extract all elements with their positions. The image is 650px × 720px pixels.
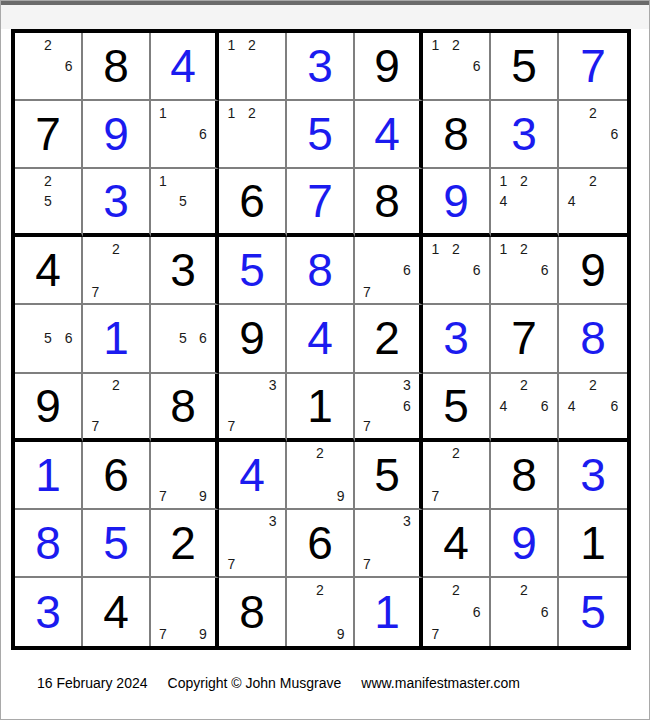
given-digit: 1 bbox=[580, 520, 606, 566]
candidate-digit: 4 bbox=[493, 191, 514, 212]
candidate-empty bbox=[85, 395, 106, 416]
cell-r8c7[interactable]: 4 bbox=[423, 510, 491, 578]
candidate-empty bbox=[377, 395, 397, 416]
candidate-digit: 3 bbox=[262, 511, 283, 532]
candidate-empty bbox=[514, 191, 535, 212]
candidate-empty bbox=[242, 145, 263, 166]
cell-r5c1[interactable]: 56 bbox=[15, 305, 83, 373]
candidate-digit: 7 bbox=[221, 554, 242, 575]
candidate-grid: 56 bbox=[153, 306, 213, 370]
candidate-empty bbox=[425, 443, 446, 464]
cell-r7c5[interactable]: 29 bbox=[287, 442, 355, 510]
candidate-empty bbox=[561, 123, 582, 144]
cell-r5c8[interactable]: 7 bbox=[491, 305, 559, 373]
candidate-digit: 5 bbox=[173, 191, 193, 212]
candidate-empty bbox=[17, 349, 38, 370]
candidate-empty bbox=[357, 238, 377, 259]
candidate-empty bbox=[289, 485, 310, 506]
candidate-empty bbox=[262, 532, 283, 553]
top-strip bbox=[1, 5, 649, 29]
cell-r8c6[interactable]: 37 bbox=[355, 510, 423, 578]
solved-digit: 3 bbox=[511, 111, 537, 157]
candidate-empty bbox=[38, 306, 59, 327]
candidate-empty bbox=[106, 416, 127, 437]
candidate-empty bbox=[289, 464, 310, 485]
solved-digit: 8 bbox=[35, 520, 61, 566]
candidate-empty bbox=[604, 191, 625, 212]
cell-r2c7[interactable]: 8 bbox=[423, 101, 491, 169]
candidate-empty bbox=[466, 485, 487, 506]
cell-r1c2[interactable]: 8 bbox=[83, 33, 151, 101]
given-digit: 9 bbox=[374, 43, 400, 89]
cell-r5c3[interactable]: 56 bbox=[151, 305, 219, 373]
candidate-digit: 7 bbox=[153, 485, 173, 506]
candidate-digit: 7 bbox=[425, 623, 446, 645]
candidate-empty bbox=[514, 623, 535, 645]
candidate-empty bbox=[534, 416, 555, 437]
candidate-empty bbox=[534, 579, 555, 601]
candidate-grid: 246 bbox=[561, 375, 625, 437]
cell-r2c1[interactable]: 7 bbox=[15, 101, 83, 169]
given-digit: 8 bbox=[443, 111, 469, 157]
cell-r6c2[interactable]: 27 bbox=[83, 374, 151, 442]
candidate-digit: 2 bbox=[38, 34, 59, 55]
cell-r9c8[interactable]: 26 bbox=[491, 578, 559, 646]
candidate-empty bbox=[493, 281, 514, 302]
cell-r9c4[interactable]: 8 bbox=[219, 578, 287, 646]
candidate-digit: 9 bbox=[330, 485, 351, 506]
candidate-empty bbox=[242, 532, 263, 553]
candidate-empty bbox=[357, 511, 377, 532]
candidate-empty bbox=[17, 34, 38, 55]
candidate-empty bbox=[173, 123, 193, 144]
candidate-empty bbox=[173, 306, 193, 327]
cell-r9c2[interactable]: 4 bbox=[83, 578, 151, 646]
cell-r9c6[interactable]: 1 bbox=[355, 578, 423, 646]
cell-r6c1[interactable]: 9 bbox=[15, 374, 83, 442]
candidate-empty bbox=[514, 395, 535, 416]
candidate-empty bbox=[357, 260, 377, 281]
candidate-empty bbox=[173, 212, 193, 233]
cell-r2c6[interactable]: 4 bbox=[355, 101, 423, 169]
candidate-empty bbox=[310, 601, 331, 623]
given-digit: 4 bbox=[103, 589, 129, 635]
candidate-empty bbox=[58, 212, 79, 233]
given-digit: 4 bbox=[35, 247, 61, 293]
candidate-digit: 2 bbox=[446, 579, 467, 601]
candidate-empty bbox=[262, 554, 283, 575]
given-digit: 5 bbox=[511, 43, 537, 89]
candidate-empty bbox=[425, 281, 446, 302]
candidate-digit: 6 bbox=[466, 260, 487, 281]
candidate-empty bbox=[193, 306, 213, 327]
candidate-empty bbox=[17, 191, 38, 212]
cell-r8c5[interactable]: 6 bbox=[287, 510, 355, 578]
candidate-empty bbox=[221, 511, 242, 532]
candidate-empty bbox=[534, 212, 555, 233]
cell-r1c8[interactable]: 5 bbox=[491, 33, 559, 101]
cell-r3c3[interactable]: 15 bbox=[151, 169, 219, 237]
candidate-empty bbox=[221, 532, 242, 553]
candidate-empty bbox=[153, 349, 173, 370]
cell-r1c1[interactable]: 26 bbox=[15, 33, 83, 101]
cell-r9c1[interactable]: 3 bbox=[15, 578, 83, 646]
candidate-empty bbox=[446, 623, 467, 645]
cell-r4c4[interactable]: 5 bbox=[219, 237, 287, 305]
candidate-grid: 16 bbox=[153, 102, 213, 166]
cell-r3c7[interactable]: 9 bbox=[423, 169, 491, 237]
solved-digit: 3 bbox=[307, 43, 333, 89]
candidate-empty bbox=[262, 102, 283, 123]
cell-r2c3[interactable]: 16 bbox=[151, 101, 219, 169]
given-digit: 2 bbox=[170, 520, 196, 566]
candidate-grid: 124 bbox=[493, 170, 555, 232]
candidate-empty bbox=[604, 375, 625, 396]
candidate-empty bbox=[126, 260, 147, 281]
candidate-grid: 246 bbox=[493, 375, 555, 437]
cell-r8c8[interactable]: 9 bbox=[491, 510, 559, 578]
candidate-empty bbox=[17, 328, 38, 349]
cell-r8c9[interactable]: 1 bbox=[559, 510, 627, 578]
candidate-grid: 15 bbox=[153, 170, 213, 232]
solved-digit: 5 bbox=[239, 247, 265, 293]
cell-r2c5[interactable]: 5 bbox=[287, 101, 355, 169]
candidate-empty bbox=[106, 395, 127, 416]
candidate-grid: 25 bbox=[17, 170, 79, 232]
cell-r4c7[interactable]: 126 bbox=[423, 237, 491, 305]
cell-r5c7[interactable]: 3 bbox=[423, 305, 491, 373]
candidate-empty bbox=[221, 55, 242, 76]
candidate-empty bbox=[153, 123, 173, 144]
cell-r7c1[interactable]: 1 bbox=[15, 442, 83, 510]
cell-r1c7[interactable]: 126 bbox=[423, 33, 491, 101]
candidate-digit: 6 bbox=[534, 260, 555, 281]
candidate-empty bbox=[289, 601, 310, 623]
candidate-empty bbox=[153, 145, 173, 166]
cell-r3c9[interactable]: 24 bbox=[559, 169, 627, 237]
cell-r2c4[interactable]: 12 bbox=[219, 101, 287, 169]
candidate-empty bbox=[153, 601, 173, 623]
candidate-empty bbox=[514, 601, 535, 623]
candidate-empty bbox=[377, 238, 397, 259]
candidate-digit: 5 bbox=[173, 328, 193, 349]
candidate-empty bbox=[330, 601, 351, 623]
given-digit: 2 bbox=[374, 315, 400, 361]
candidate-empty bbox=[466, 579, 487, 601]
candidate-empty bbox=[604, 170, 625, 191]
candidate-empty bbox=[493, 416, 514, 437]
candidate-empty bbox=[173, 485, 193, 506]
given-digit: 8 bbox=[239, 589, 265, 635]
candidate-empty bbox=[242, 511, 263, 532]
candidate-empty bbox=[17, 77, 38, 98]
candidate-digit: 4 bbox=[493, 395, 514, 416]
candidate-grid: 26 bbox=[17, 34, 79, 98]
solved-digit: 8 bbox=[307, 247, 333, 293]
candidate-digit: 6 bbox=[193, 123, 213, 144]
cell-r1c9[interactable]: 7 bbox=[559, 33, 627, 101]
given-digit: 7 bbox=[35, 111, 61, 157]
candidate-digit: 1 bbox=[221, 34, 242, 55]
candidate-empty bbox=[173, 102, 193, 123]
cell-r4c5[interactable]: 8 bbox=[287, 237, 355, 305]
candidate-digit: 7 bbox=[153, 623, 173, 645]
cell-r4c6[interactable]: 67 bbox=[355, 237, 423, 305]
candidate-digit: 2 bbox=[242, 34, 263, 55]
given-digit: 1 bbox=[307, 383, 333, 429]
candidate-empty bbox=[38, 212, 59, 233]
candidate-empty bbox=[193, 212, 213, 233]
candidate-empty bbox=[377, 375, 397, 396]
candidate-empty bbox=[126, 416, 147, 437]
cell-r8c3[interactable]: 2 bbox=[151, 510, 219, 578]
given-digit: 5 bbox=[443, 383, 469, 429]
cell-r8c4[interactable]: 37 bbox=[219, 510, 287, 578]
candidate-empty bbox=[466, 443, 487, 464]
cell-r6c7[interactable]: 5 bbox=[423, 374, 491, 442]
candidate-grid: 79 bbox=[153, 443, 213, 507]
candidate-grid: 37 bbox=[221, 375, 283, 437]
cell-r3c8[interactable]: 124 bbox=[491, 169, 559, 237]
cell-r3c5[interactable]: 7 bbox=[287, 169, 355, 237]
candidate-digit: 9 bbox=[330, 623, 351, 645]
cell-r6c5[interactable]: 1 bbox=[287, 374, 355, 442]
candidate-empty bbox=[604, 212, 625, 233]
candidate-digit: 7 bbox=[85, 416, 106, 437]
candidate-empty bbox=[330, 579, 351, 601]
candidate-empty bbox=[242, 55, 263, 76]
cell-r9c7[interactable]: 267 bbox=[423, 578, 491, 646]
footer-date: 16 February 2024 bbox=[37, 675, 148, 691]
solved-digit: 9 bbox=[443, 178, 469, 224]
candidate-empty bbox=[514, 260, 535, 281]
cell-r8c2[interactable]: 5 bbox=[83, 510, 151, 578]
candidate-empty bbox=[289, 443, 310, 464]
cell-r5c4[interactable]: 9 bbox=[219, 305, 287, 373]
cell-r4c2[interactable]: 27 bbox=[83, 237, 151, 305]
candidate-empty bbox=[582, 395, 603, 416]
candidate-digit: 2 bbox=[514, 170, 535, 191]
cell-r5c5[interactable]: 4 bbox=[287, 305, 355, 373]
cell-r3c1[interactable]: 25 bbox=[15, 169, 83, 237]
candidate-digit: 1 bbox=[153, 102, 173, 123]
candidate-empty bbox=[561, 145, 582, 166]
cell-r6c3[interactable]: 8 bbox=[151, 374, 219, 442]
solved-digit: 4 bbox=[239, 452, 265, 498]
candidate-empty bbox=[582, 212, 603, 233]
candidate-empty bbox=[193, 191, 213, 212]
cell-r6c9[interactable]: 246 bbox=[559, 374, 627, 442]
candidate-digit: 7 bbox=[357, 416, 377, 437]
candidate-empty bbox=[85, 375, 106, 396]
candidate-grid: 26 bbox=[561, 102, 625, 166]
candidate-empty bbox=[173, 170, 193, 191]
cell-r1c3[interactable]: 4 bbox=[151, 33, 219, 101]
given-digit: 9 bbox=[239, 315, 265, 361]
candidate-empty bbox=[289, 623, 310, 645]
candidate-empty bbox=[193, 601, 213, 623]
candidate-digit: 2 bbox=[514, 375, 535, 396]
candidate-empty bbox=[221, 375, 242, 396]
candidate-grid: 27 bbox=[425, 443, 487, 507]
cell-r4c9[interactable]: 9 bbox=[559, 237, 627, 305]
candidate-digit: 7 bbox=[357, 554, 377, 575]
candidate-grid: 27 bbox=[85, 238, 147, 302]
solved-digit: 9 bbox=[103, 111, 129, 157]
candidate-grid: 24 bbox=[561, 170, 625, 232]
candidate-empty bbox=[17, 212, 38, 233]
cell-r7c7[interactable]: 27 bbox=[423, 442, 491, 510]
candidate-digit: 1 bbox=[153, 170, 173, 191]
cell-r7c4[interactable]: 4 bbox=[219, 442, 287, 510]
candidate-digit: 6 bbox=[604, 123, 625, 144]
cell-r7c2[interactable]: 6 bbox=[83, 442, 151, 510]
cell-r9c3[interactable]: 79 bbox=[151, 578, 219, 646]
cell-r5c6[interactable]: 2 bbox=[355, 305, 423, 373]
candidate-empty bbox=[58, 170, 79, 191]
candidate-empty bbox=[604, 145, 625, 166]
cell-r7c9[interactable]: 3 bbox=[559, 442, 627, 510]
candidate-empty bbox=[193, 464, 213, 485]
candidate-empty bbox=[193, 170, 213, 191]
candidate-empty bbox=[397, 416, 417, 437]
given-digit: 8 bbox=[103, 43, 129, 89]
candidate-empty bbox=[534, 238, 555, 259]
cell-r4c8[interactable]: 126 bbox=[491, 237, 559, 305]
cell-r7c6[interactable]: 5 bbox=[355, 442, 423, 510]
candidate-empty bbox=[466, 464, 487, 485]
cell-r8c1[interactable]: 8 bbox=[15, 510, 83, 578]
candidate-digit: 6 bbox=[534, 601, 555, 623]
candidate-empty bbox=[397, 281, 417, 302]
candidate-empty bbox=[310, 464, 331, 485]
candidate-empty bbox=[153, 443, 173, 464]
candidate-empty bbox=[397, 238, 417, 259]
given-digit: 8 bbox=[374, 178, 400, 224]
candidate-empty bbox=[106, 281, 127, 302]
candidate-grid: 126 bbox=[425, 238, 487, 302]
candidate-empty bbox=[173, 579, 193, 601]
cell-r1c6[interactable]: 9 bbox=[355, 33, 423, 101]
candidate-empty bbox=[425, 77, 446, 98]
candidate-empty bbox=[493, 623, 514, 645]
candidate-empty bbox=[446, 260, 467, 281]
cell-r5c2[interactable]: 1 bbox=[83, 305, 151, 373]
candidate-empty bbox=[85, 260, 106, 281]
cell-r1c4[interactable]: 12 bbox=[219, 33, 287, 101]
candidate-empty bbox=[466, 34, 487, 55]
candidate-empty bbox=[38, 77, 59, 98]
candidate-empty bbox=[173, 464, 193, 485]
cell-r7c3[interactable]: 79 bbox=[151, 442, 219, 510]
candidate-grid: 126 bbox=[425, 34, 487, 98]
cell-r3c4[interactable]: 6 bbox=[219, 169, 287, 237]
candidate-digit: 6 bbox=[193, 328, 213, 349]
candidate-digit: 5 bbox=[38, 328, 59, 349]
footer-copyright: Copyright © John Musgrave bbox=[168, 675, 342, 691]
candidate-empty bbox=[242, 123, 263, 144]
candidate-empty bbox=[466, 77, 487, 98]
solved-digit: 9 bbox=[511, 520, 537, 566]
candidate-digit: 7 bbox=[425, 485, 446, 506]
page: 2684123912657791612548326253156789124244… bbox=[0, 0, 650, 720]
cell-r5c9[interactable]: 8 bbox=[559, 305, 627, 373]
candidate-digit: 7 bbox=[221, 416, 242, 437]
candidate-digit: 2 bbox=[582, 375, 603, 396]
candidate-empty bbox=[446, 281, 467, 302]
cell-r6c4[interactable]: 37 bbox=[219, 374, 287, 442]
candidate-grid: 12 bbox=[221, 34, 283, 98]
candidate-empty bbox=[173, 145, 193, 166]
solved-digit: 5 bbox=[580, 589, 606, 635]
candidate-empty bbox=[377, 416, 397, 437]
candidate-empty bbox=[377, 532, 397, 553]
cell-r3c2[interactable]: 3 bbox=[83, 169, 151, 237]
candidate-empty bbox=[17, 170, 38, 191]
solved-digit: 3 bbox=[443, 315, 469, 361]
solved-digit: 1 bbox=[35, 452, 61, 498]
candidate-grid: 79 bbox=[153, 579, 213, 645]
candidate-grid: 126 bbox=[493, 238, 555, 302]
cell-r4c3[interactable]: 3 bbox=[151, 237, 219, 305]
candidate-empty bbox=[289, 579, 310, 601]
candidate-digit: 6 bbox=[58, 55, 79, 76]
cell-r1c5[interactable]: 3 bbox=[287, 33, 355, 101]
cell-r6c6[interactable]: 367 bbox=[355, 374, 423, 442]
candidate-empty bbox=[221, 77, 242, 98]
cell-r2c8[interactable]: 3 bbox=[491, 101, 559, 169]
candidate-empty bbox=[126, 281, 147, 302]
candidate-digit: 2 bbox=[38, 170, 59, 191]
candidate-empty bbox=[493, 212, 514, 233]
candidate-empty bbox=[514, 281, 535, 302]
candidate-empty bbox=[153, 191, 173, 212]
candidate-grid: 29 bbox=[289, 579, 351, 645]
candidate-empty bbox=[534, 191, 555, 212]
candidate-empty bbox=[262, 123, 283, 144]
candidate-empty bbox=[534, 375, 555, 396]
cell-r3c6[interactable]: 8 bbox=[355, 169, 423, 237]
candidate-digit: 6 bbox=[466, 601, 487, 623]
candidate-digit: 2 bbox=[582, 102, 603, 123]
candidate-empty bbox=[262, 77, 283, 98]
cell-r4c1[interactable]: 4 bbox=[15, 237, 83, 305]
cell-r6c8[interactable]: 246 bbox=[491, 374, 559, 442]
candidate-empty bbox=[153, 328, 173, 349]
candidate-empty bbox=[58, 191, 79, 212]
given-digit: 9 bbox=[580, 247, 606, 293]
solved-digit: 1 bbox=[374, 589, 400, 635]
candidate-grid: 67 bbox=[357, 238, 417, 302]
cell-r9c9[interactable]: 5 bbox=[559, 578, 627, 646]
candidate-empty bbox=[262, 416, 283, 437]
cell-r9c5[interactable]: 29 bbox=[287, 578, 355, 646]
candidate-digit: 1 bbox=[493, 170, 514, 191]
given-digit: 6 bbox=[239, 178, 265, 224]
solved-digit: 3 bbox=[103, 178, 129, 224]
candidate-empty bbox=[17, 55, 38, 76]
cell-r7c8[interactable]: 8 bbox=[491, 442, 559, 510]
given-digit: 8 bbox=[511, 452, 537, 498]
candidate-digit: 2 bbox=[514, 579, 535, 601]
candidate-digit: 7 bbox=[357, 281, 377, 302]
candidate-empty bbox=[126, 238, 147, 259]
candidate-empty bbox=[425, 260, 446, 281]
solved-digit: 4 bbox=[374, 111, 400, 157]
candidate-digit: 2 bbox=[106, 238, 127, 259]
cell-r2c9[interactable]: 26 bbox=[559, 101, 627, 169]
cell-r2c2[interactable]: 9 bbox=[83, 101, 151, 169]
